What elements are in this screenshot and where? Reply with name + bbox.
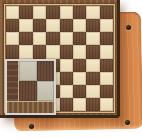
square-f1 [73, 98, 86, 111]
square-f3 [73, 72, 86, 85]
inset-frame-left [7, 61, 19, 101]
square-g1 [86, 98, 99, 111]
square-h1 [100, 98, 113, 111]
square-b8 [19, 6, 32, 19]
inset-square-a2 [19, 61, 37, 81]
square-c5 [33, 45, 46, 58]
bottom-left-dot [29, 124, 34, 129]
square-g4 [86, 59, 99, 72]
square-f4 [73, 59, 86, 72]
square-b5 [19, 45, 32, 58]
square-e3 [60, 72, 73, 85]
square-c8 [33, 6, 46, 19]
square-h5 [100, 45, 113, 58]
square-f6 [73, 32, 86, 45]
square-g3 [86, 72, 99, 85]
inset-square-b1 [37, 81, 55, 101]
square-g6 [86, 32, 99, 45]
square-d5 [46, 45, 59, 58]
top-right-dot [126, 25, 131, 30]
square-e5 [60, 45, 73, 58]
square-g5 [86, 45, 99, 58]
square-g2 [86, 85, 99, 98]
square-c7 [33, 19, 46, 32]
bottom-right-dot [125, 120, 130, 125]
square-h6 [100, 32, 113, 45]
square-a7 [6, 19, 19, 32]
chessboard-product-photo[interactable] [0, 0, 142, 139]
square-a5 [6, 45, 19, 58]
square-b7 [19, 19, 32, 32]
square-h3 [100, 72, 113, 85]
square-d8 [46, 6, 59, 19]
square-d6 [46, 32, 59, 45]
square-e4 [60, 59, 73, 72]
square-b6 [19, 32, 32, 45]
square-f5 [73, 45, 86, 58]
square-e1 [60, 98, 73, 111]
magnifier-inset [5, 59, 56, 115]
square-d7 [46, 19, 59, 32]
square-g8 [86, 6, 99, 19]
square-f8 [73, 6, 86, 19]
square-a6 [6, 32, 19, 45]
square-f2 [73, 85, 86, 98]
square-a8 [6, 6, 19, 19]
square-e6 [60, 32, 73, 45]
square-f7 [73, 19, 86, 32]
square-g7 [86, 19, 99, 32]
square-c6 [33, 32, 46, 45]
inset-square-a1 [19, 81, 37, 101]
inset-square-b2 [37, 61, 55, 81]
square-h8 [100, 6, 113, 19]
inset-frame-bottom [7, 101, 54, 113]
square-h7 [100, 19, 113, 32]
square-e2 [60, 85, 73, 98]
square-e8 [60, 6, 73, 19]
square-e7 [60, 19, 73, 32]
square-h2 [100, 85, 113, 98]
square-h4 [100, 59, 113, 72]
